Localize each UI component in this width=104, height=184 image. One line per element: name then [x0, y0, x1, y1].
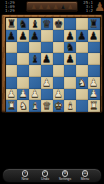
square-e5[interactable]	[53, 53, 65, 65]
piece-white-pawn: ♟	[89, 78, 98, 88]
piece-white-pawn: ♟	[89, 89, 98, 99]
square-h8[interactable]: ♜	[88, 18, 100, 30]
square-d1[interactable]: ♛	[41, 100, 53, 112]
square-a7[interactable]: ♟	[6, 30, 18, 42]
square-b6[interactable]	[17, 42, 29, 54]
piece-black-knight: ♞	[66, 42, 75, 52]
tray-slot-ghost-piece: ♟	[38, 4, 43, 10]
settings-gear-icon: ⚙	[62, 170, 69, 177]
square-g7[interactable]: ♟	[76, 30, 88, 42]
chess-board: ♜♞♝♛♚♜♟♟♟♟♟♟♞♝♟♟♟♞♟♟♟♟♟♟♜♞♝♛♚♝♜	[6, 18, 100, 112]
piece-black-pawn: ♟	[89, 31, 98, 41]
piece-black-pawn: ♟	[66, 31, 75, 41]
square-e2[interactable]: ♟	[53, 89, 65, 101]
piece-white-bishop: ♝	[66, 101, 75, 111]
square-a3[interactable]	[6, 77, 18, 89]
square-a2[interactable]: ♟	[6, 89, 18, 101]
tray-slot-ghost-piece: ♟	[46, 4, 51, 10]
square-e8[interactable]: ♚	[53, 18, 65, 30]
square-b7[interactable]: ♟	[17, 30, 29, 42]
square-d4[interactable]	[41, 65, 53, 77]
piece-black-pawn: ♟	[66, 54, 75, 64]
piece-white-bishop: ♝	[30, 101, 39, 111]
settings-button[interactable]: ⚙ Settings	[58, 169, 72, 182]
piece-black-bishop: ♝	[30, 19, 39, 29]
piece-white-pawn: ♟	[42, 78, 51, 88]
undo-label: Undo	[41, 178, 49, 182]
tray-slot-ghost-piece: ♟	[53, 4, 58, 10]
square-c2[interactable]: ♟	[29, 89, 41, 101]
square-c3[interactable]	[29, 77, 41, 89]
square-a1[interactable]: ♜	[6, 100, 18, 112]
captured-pieces-tray: ♟♟♟♟♟♟	[26, 1, 78, 12]
piece-black-queen: ♛	[42, 19, 51, 29]
square-h6[interactable]	[88, 42, 100, 54]
square-g6[interactable]	[76, 42, 88, 54]
square-g4[interactable]	[76, 65, 88, 77]
piece-white-queen: ♛	[42, 101, 51, 111]
piece-black-pawn: ♟	[19, 31, 28, 41]
chess-app-screen: 1:29 1:09 1:29 ♟♟♟♟♟♟ 25:1 3:1 1:2 ♟ ♜♞♝…	[0, 0, 104, 184]
square-h7[interactable]: ♟	[88, 30, 100, 42]
board-wooden-frame: ♜♞♝♛♚♜♟♟♟♟♟♟♞♝♟♟♟♞♟♟♟♟♟♟♜♞♝♛♚♝♜	[1, 14, 103, 113]
piece-black-pawn: ♟	[77, 31, 86, 41]
square-c6[interactable]	[29, 42, 41, 54]
square-g8[interactable]	[76, 18, 88, 30]
captured-black-pawn: ♟	[60, 4, 65, 10]
square-e3[interactable]	[53, 77, 65, 89]
turn-indicator-pawn-icon: ♟	[94, 0, 104, 14]
square-g3[interactable]: ♞	[76, 77, 88, 89]
square-e6[interactable]	[53, 42, 65, 54]
piece-black-knight: ♞	[19, 19, 28, 29]
square-h4[interactable]	[88, 65, 100, 77]
square-f3[interactable]	[64, 77, 76, 89]
square-a6[interactable]	[6, 42, 18, 54]
square-a8[interactable]: ♜	[6, 18, 18, 30]
square-f7[interactable]: ♟	[64, 30, 76, 42]
piece-black-pawn: ♟	[42, 54, 51, 64]
square-f2[interactable]	[64, 89, 76, 101]
square-a4[interactable]	[6, 65, 18, 77]
square-c8[interactable]: ♝	[29, 18, 41, 30]
piece-white-pawn: ♟	[30, 89, 39, 99]
square-d6[interactable]	[41, 42, 53, 54]
right-stat-line-3: 1:2	[83, 9, 93, 13]
square-d2[interactable]	[41, 89, 53, 101]
piece-black-bishop: ♝	[30, 54, 39, 64]
square-a5[interactable]	[6, 53, 18, 65]
square-f4[interactable]	[64, 65, 76, 77]
square-g5[interactable]	[76, 53, 88, 65]
square-d5[interactable]: ♟	[41, 53, 53, 65]
piece-black-pawn: ♟	[7, 31, 16, 41]
square-b8[interactable]: ♞	[17, 18, 29, 30]
menu-icon: ☰	[82, 170, 89, 177]
square-c7[interactable]: ♟	[29, 30, 41, 42]
square-c5[interactable]: ♝	[29, 53, 41, 65]
square-h3[interactable]: ♟	[88, 77, 100, 89]
undo-button[interactable]: ↶ Undo	[38, 169, 52, 182]
bottom-toolbar: + New ↶ Undo ⚙ Settings ☰ Menu	[2, 168, 102, 183]
square-g1[interactable]	[76, 100, 88, 112]
square-h5[interactable]	[88, 53, 100, 65]
piece-white-pawn: ♟	[7, 89, 16, 99]
square-g2[interactable]	[76, 89, 88, 101]
square-e4[interactable]	[53, 65, 65, 77]
piece-white-rook: ♜	[7, 101, 16, 111]
square-f1[interactable]: ♝	[64, 100, 76, 112]
square-b5[interactable]	[17, 53, 29, 65]
piece-white-pawn: ♟	[54, 89, 63, 99]
undo-icon: ↶	[42, 170, 49, 177]
new-game-icon: +	[22, 170, 29, 177]
square-c4[interactable]	[29, 65, 41, 77]
square-e1[interactable]: ♚	[53, 100, 65, 112]
square-d7[interactable]	[41, 30, 53, 42]
top-info-bar: 1:29 1:09 1:29 ♟♟♟♟♟♟ 25:1 3:1 1:2 ♟	[0, 0, 104, 14]
menu-button[interactable]: ☰ Menu	[78, 169, 92, 182]
piece-black-rook: ♜	[89, 19, 98, 29]
square-c1[interactable]: ♝	[29, 100, 41, 112]
right-stats: 25:1 3:1 1:2	[83, 1, 93, 14]
square-d3[interactable]: ♟	[41, 77, 53, 89]
menu-label: Menu	[81, 178, 89, 182]
piece-white-knight: ♞	[19, 101, 28, 111]
square-d8[interactable]: ♛	[41, 18, 53, 30]
square-f6[interactable]: ♞	[64, 42, 76, 54]
square-b1[interactable]: ♞	[17, 100, 29, 112]
square-f5[interactable]: ♟	[64, 53, 76, 65]
left-stat-line-3: 1:29	[5, 9, 15, 13]
settings-label: Settings	[59, 178, 71, 182]
square-b3[interactable]	[17, 77, 29, 89]
piece-black-pawn: ♟	[30, 31, 39, 41]
square-h2[interactable]: ♟	[88, 89, 100, 101]
new-game-label: New	[22, 178, 29, 182]
square-b4[interactable]	[17, 65, 29, 77]
square-e7[interactable]	[53, 30, 65, 42]
square-f8[interactable]	[64, 18, 76, 30]
new-game-button[interactable]: + New	[18, 169, 32, 182]
piece-black-rook: ♜	[7, 19, 16, 29]
piece-black-king: ♚	[54, 19, 63, 29]
square-b2[interactable]: ♟	[17, 89, 29, 101]
tray-slot-ghost-piece: ♟	[31, 4, 36, 10]
tray-slot-ghost-piece: ♟	[68, 4, 73, 10]
left-stats: 1:29 1:09 1:29	[5, 1, 15, 14]
piece-white-rook: ♜	[89, 101, 98, 111]
piece-white-knight: ♞	[77, 78, 86, 88]
piece-white-pawn: ♟	[19, 89, 28, 99]
piece-white-king: ♚	[54, 101, 63, 111]
square-h1[interactable]: ♜	[88, 100, 100, 112]
